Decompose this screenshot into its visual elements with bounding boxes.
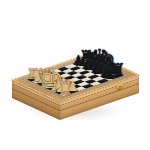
chess-set-photo: ♜♞♟♝♟♛♟♚♟♝♟♞♟♜♟♟♟♟♜♟♞♟♝♟♛♟♚♟♝♟♞♜	[0, 0, 150, 150]
latch-pin	[119, 85, 121, 88]
brass-latch-icon	[117, 83, 123, 90]
